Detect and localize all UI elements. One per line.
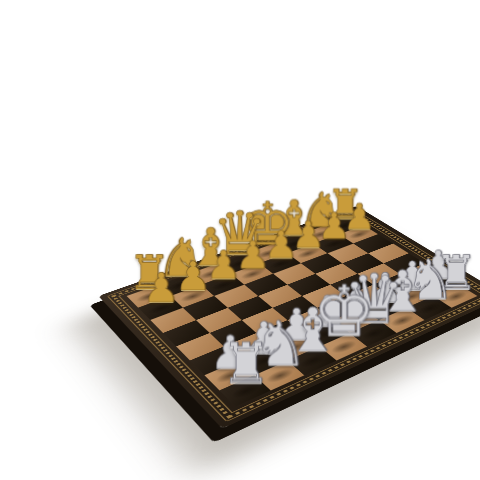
square-a1[interactable]: ♜	[220, 375, 271, 407]
piece-gold-pawn[interactable]: ♟	[118, 267, 204, 308]
border-trim-outer-line: ♜♞♝♛♚♝♞♜♟♟♟♟♟♟♟♟♟♟♟♟♟♟♟♟♜♞♝♚♛♝♞♜	[107, 209, 480, 422]
photo-description: Three-quarter view photo of a brass and …	[40, 16, 41, 17]
border-trim-dotted-band: ♜♞♝♛♚♝♞♜♟♟♟♟♟♟♟♟♟♟♟♟♟♟♟♟♜♞♝♚♛♝♞♜	[111, 211, 480, 419]
board-perspective-wrapper: ♜♞♝♛♚♝♞♜♟♟♟♟♟♟♟♟♟♟♟♟♟♟♟♟♜♞♝♚♛♝♞♜	[98, 206, 480, 429]
border-trim-inner-line: ♜♞♝♛♚♝♞♜♟♟♟♟♟♟♟♟♟♟♟♟♟♟♟♟♜♞♝♚♛♝♞♜	[118, 213, 480, 413]
board-frame: ♜♞♝♛♚♝♞♜♟♟♟♟♟♟♟♟♟♟♟♟♟♟♟♟♜♞♝♚♛♝♞♜	[98, 206, 480, 429]
chess-board: ♜♞♝♛♚♝♞♜♟♟♟♟♟♟♟♟♟♟♟♟♟♟♟♟♜♞♝♚♛♝♞♜	[127, 217, 478, 407]
chess-set-photo: Three-quarter view photo of a brass and …	[40, 16, 480, 480]
piece-silver-rook[interactable]: ♜	[196, 336, 294, 391]
